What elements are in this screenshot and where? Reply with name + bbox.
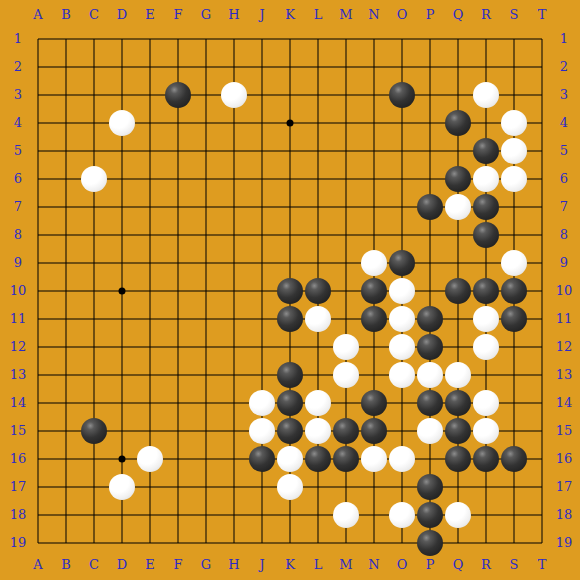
point-O14[interactable] [388, 389, 416, 417]
point-B18[interactable] [52, 501, 80, 529]
point-K11[interactable] [276, 305, 304, 333]
point-K16[interactable] [276, 445, 304, 473]
point-S4[interactable] [500, 109, 528, 137]
point-G18[interactable] [192, 501, 220, 529]
point-H17[interactable] [220, 473, 248, 501]
point-F15[interactable] [164, 417, 192, 445]
point-A9[interactable] [24, 249, 52, 277]
point-R4[interactable] [472, 109, 500, 137]
point-Q8[interactable] [444, 221, 472, 249]
point-A5[interactable] [24, 137, 52, 165]
point-H1[interactable] [220, 25, 248, 53]
point-M3[interactable] [332, 81, 360, 109]
point-A16[interactable] [24, 445, 52, 473]
point-M6[interactable] [332, 165, 360, 193]
point-S18[interactable] [500, 501, 528, 529]
point-H9[interactable] [220, 249, 248, 277]
point-N14[interactable] [360, 389, 388, 417]
point-L19[interactable] [304, 529, 332, 557]
point-Q19[interactable] [444, 529, 472, 557]
point-G12[interactable] [192, 333, 220, 361]
point-K18[interactable] [276, 501, 304, 529]
point-C16[interactable] [80, 445, 108, 473]
point-H3[interactable] [220, 81, 248, 109]
point-S13[interactable] [500, 361, 528, 389]
point-J6[interactable] [248, 165, 276, 193]
point-H7[interactable] [220, 193, 248, 221]
point-F12[interactable] [164, 333, 192, 361]
point-E10[interactable] [136, 277, 164, 305]
point-E17[interactable] [136, 473, 164, 501]
point-D17[interactable] [108, 473, 136, 501]
point-P12[interactable] [416, 333, 444, 361]
point-B12[interactable] [52, 333, 80, 361]
point-B9[interactable] [52, 249, 80, 277]
point-F13[interactable] [164, 361, 192, 389]
point-A17[interactable] [24, 473, 52, 501]
point-F17[interactable] [164, 473, 192, 501]
point-T15[interactable] [528, 417, 556, 445]
point-A8[interactable] [24, 221, 52, 249]
point-O19[interactable] [388, 529, 416, 557]
point-Q5[interactable] [444, 137, 472, 165]
point-G15[interactable] [192, 417, 220, 445]
point-A15[interactable] [24, 417, 52, 445]
point-Q17[interactable] [444, 473, 472, 501]
point-K3[interactable] [276, 81, 304, 109]
point-P17[interactable] [416, 473, 444, 501]
point-K15[interactable] [276, 417, 304, 445]
point-G1[interactable] [192, 25, 220, 53]
point-L3[interactable] [304, 81, 332, 109]
point-E2[interactable] [136, 53, 164, 81]
point-T11[interactable] [528, 305, 556, 333]
point-D19[interactable] [108, 529, 136, 557]
point-C15[interactable] [80, 417, 108, 445]
point-N5[interactable] [360, 137, 388, 165]
point-N3[interactable] [360, 81, 388, 109]
point-Q2[interactable] [444, 53, 472, 81]
point-N7[interactable] [360, 193, 388, 221]
point-B16[interactable] [52, 445, 80, 473]
point-N18[interactable] [360, 501, 388, 529]
point-O18[interactable] [388, 501, 416, 529]
point-K8[interactable] [276, 221, 304, 249]
point-S6[interactable] [500, 165, 528, 193]
point-L16[interactable] [304, 445, 332, 473]
point-B7[interactable] [52, 193, 80, 221]
point-A14[interactable] [24, 389, 52, 417]
point-B1[interactable] [52, 25, 80, 53]
point-Q1[interactable] [444, 25, 472, 53]
point-D8[interactable] [108, 221, 136, 249]
point-P8[interactable] [416, 221, 444, 249]
point-B11[interactable] [52, 305, 80, 333]
point-T18[interactable] [528, 501, 556, 529]
point-A3[interactable] [24, 81, 52, 109]
point-F19[interactable] [164, 529, 192, 557]
point-N1[interactable] [360, 25, 388, 53]
point-L9[interactable] [304, 249, 332, 277]
point-T2[interactable] [528, 53, 556, 81]
point-G9[interactable] [192, 249, 220, 277]
point-M7[interactable] [332, 193, 360, 221]
point-M5[interactable] [332, 137, 360, 165]
point-K17[interactable] [276, 473, 304, 501]
point-D5[interactable] [108, 137, 136, 165]
point-Q3[interactable] [444, 81, 472, 109]
point-L6[interactable] [304, 165, 332, 193]
point-E14[interactable] [136, 389, 164, 417]
point-B19[interactable] [52, 529, 80, 557]
point-B5[interactable] [52, 137, 80, 165]
point-J5[interactable] [248, 137, 276, 165]
point-R17[interactable] [472, 473, 500, 501]
point-O6[interactable] [388, 165, 416, 193]
point-P13[interactable] [416, 361, 444, 389]
point-O2[interactable] [388, 53, 416, 81]
point-D6[interactable] [108, 165, 136, 193]
point-C8[interactable] [80, 221, 108, 249]
point-T8[interactable] [528, 221, 556, 249]
point-M15[interactable] [332, 417, 360, 445]
point-G13[interactable] [192, 361, 220, 389]
point-J2[interactable] [248, 53, 276, 81]
point-A4[interactable] [24, 109, 52, 137]
point-L1[interactable] [304, 25, 332, 53]
point-M16[interactable] [332, 445, 360, 473]
point-N2[interactable] [360, 53, 388, 81]
point-H15[interactable] [220, 417, 248, 445]
point-T9[interactable] [528, 249, 556, 277]
point-G3[interactable] [192, 81, 220, 109]
point-J14[interactable] [248, 389, 276, 417]
point-M13[interactable] [332, 361, 360, 389]
point-K14[interactable] [276, 389, 304, 417]
point-K10[interactable] [276, 277, 304, 305]
point-N15[interactable] [360, 417, 388, 445]
point-M14[interactable] [332, 389, 360, 417]
point-D7[interactable] [108, 193, 136, 221]
point-C19[interactable] [80, 529, 108, 557]
point-J3[interactable] [248, 81, 276, 109]
point-N16[interactable] [360, 445, 388, 473]
point-D13[interactable] [108, 361, 136, 389]
point-H2[interactable] [220, 53, 248, 81]
point-C13[interactable] [80, 361, 108, 389]
point-J15[interactable] [248, 417, 276, 445]
point-G10[interactable] [192, 277, 220, 305]
point-G19[interactable] [192, 529, 220, 557]
point-P11[interactable] [416, 305, 444, 333]
point-D2[interactable] [108, 53, 136, 81]
point-M19[interactable] [332, 529, 360, 557]
point-K19[interactable] [276, 529, 304, 557]
point-S19[interactable] [500, 529, 528, 557]
point-J9[interactable] [248, 249, 276, 277]
point-P2[interactable] [416, 53, 444, 81]
point-Q13[interactable] [444, 361, 472, 389]
point-E12[interactable] [136, 333, 164, 361]
point-H19[interactable] [220, 529, 248, 557]
point-Q9[interactable] [444, 249, 472, 277]
point-B13[interactable] [52, 361, 80, 389]
point-E16[interactable] [136, 445, 164, 473]
point-Q18[interactable] [444, 501, 472, 529]
point-L5[interactable] [304, 137, 332, 165]
point-J17[interactable] [248, 473, 276, 501]
point-B14[interactable] [52, 389, 80, 417]
point-H18[interactable] [220, 501, 248, 529]
point-R19[interactable] [472, 529, 500, 557]
point-J13[interactable] [248, 361, 276, 389]
point-J19[interactable] [248, 529, 276, 557]
point-E15[interactable] [136, 417, 164, 445]
point-M10[interactable] [332, 277, 360, 305]
point-G7[interactable] [192, 193, 220, 221]
point-P14[interactable] [416, 389, 444, 417]
point-C12[interactable] [80, 333, 108, 361]
point-F8[interactable] [164, 221, 192, 249]
point-C1[interactable] [80, 25, 108, 53]
point-T16[interactable] [528, 445, 556, 473]
point-E3[interactable] [136, 81, 164, 109]
point-S9[interactable] [500, 249, 528, 277]
point-O1[interactable] [388, 25, 416, 53]
point-C5[interactable] [80, 137, 108, 165]
point-D15[interactable] [108, 417, 136, 445]
point-S15[interactable] [500, 417, 528, 445]
point-D4[interactable] [108, 109, 136, 137]
point-D1[interactable] [108, 25, 136, 53]
point-F9[interactable] [164, 249, 192, 277]
point-S1[interactable] [500, 25, 528, 53]
point-O9[interactable] [388, 249, 416, 277]
point-K13[interactable] [276, 361, 304, 389]
point-H13[interactable] [220, 361, 248, 389]
point-F10[interactable] [164, 277, 192, 305]
point-T14[interactable] [528, 389, 556, 417]
point-G5[interactable] [192, 137, 220, 165]
point-L12[interactable] [304, 333, 332, 361]
point-M1[interactable] [332, 25, 360, 53]
point-P15[interactable] [416, 417, 444, 445]
point-O3[interactable] [388, 81, 416, 109]
go-board[interactable] [24, 25, 556, 557]
point-Q11[interactable] [444, 305, 472, 333]
point-F7[interactable] [164, 193, 192, 221]
point-F1[interactable] [164, 25, 192, 53]
point-H16[interactable] [220, 445, 248, 473]
point-B8[interactable] [52, 221, 80, 249]
point-A6[interactable] [24, 165, 52, 193]
point-P6[interactable] [416, 165, 444, 193]
point-T17[interactable] [528, 473, 556, 501]
point-Q12[interactable] [444, 333, 472, 361]
point-M8[interactable] [332, 221, 360, 249]
point-D9[interactable] [108, 249, 136, 277]
point-E19[interactable] [136, 529, 164, 557]
point-S2[interactable] [500, 53, 528, 81]
point-O5[interactable] [388, 137, 416, 165]
point-R9[interactable] [472, 249, 500, 277]
point-L8[interactable] [304, 221, 332, 249]
point-R11[interactable] [472, 305, 500, 333]
point-M9[interactable] [332, 249, 360, 277]
point-M11[interactable] [332, 305, 360, 333]
point-M17[interactable] [332, 473, 360, 501]
point-K6[interactable] [276, 165, 304, 193]
point-A18[interactable] [24, 501, 52, 529]
point-A19[interactable] [24, 529, 52, 557]
point-J18[interactable] [248, 501, 276, 529]
point-P9[interactable] [416, 249, 444, 277]
point-P4[interactable] [416, 109, 444, 137]
point-F5[interactable] [164, 137, 192, 165]
point-S10[interactable] [500, 277, 528, 305]
point-M18[interactable] [332, 501, 360, 529]
point-C4[interactable] [80, 109, 108, 137]
point-T3[interactable] [528, 81, 556, 109]
point-P19[interactable] [416, 529, 444, 557]
point-F11[interactable] [164, 305, 192, 333]
point-T13[interactable] [528, 361, 556, 389]
point-H5[interactable] [220, 137, 248, 165]
point-T10[interactable] [528, 277, 556, 305]
point-L18[interactable] [304, 501, 332, 529]
point-L7[interactable] [304, 193, 332, 221]
point-N4[interactable] [360, 109, 388, 137]
point-O17[interactable] [388, 473, 416, 501]
point-R1[interactable] [472, 25, 500, 53]
point-K9[interactable] [276, 249, 304, 277]
point-L2[interactable] [304, 53, 332, 81]
point-Q15[interactable] [444, 417, 472, 445]
point-B2[interactable] [52, 53, 80, 81]
point-N9[interactable] [360, 249, 388, 277]
point-Q4[interactable] [444, 109, 472, 137]
point-A10[interactable] [24, 277, 52, 305]
point-P18[interactable] [416, 501, 444, 529]
point-J11[interactable] [248, 305, 276, 333]
point-C11[interactable] [80, 305, 108, 333]
point-R7[interactable] [472, 193, 500, 221]
point-S7[interactable] [500, 193, 528, 221]
point-N19[interactable] [360, 529, 388, 557]
point-T5[interactable] [528, 137, 556, 165]
point-B15[interactable] [52, 417, 80, 445]
point-B10[interactable] [52, 277, 80, 305]
point-H8[interactable] [220, 221, 248, 249]
point-Q10[interactable] [444, 277, 472, 305]
point-J16[interactable] [248, 445, 276, 473]
point-L13[interactable] [304, 361, 332, 389]
point-A1[interactable] [24, 25, 52, 53]
point-G8[interactable] [192, 221, 220, 249]
point-C6[interactable] [80, 165, 108, 193]
point-H10[interactable] [220, 277, 248, 305]
point-R15[interactable] [472, 417, 500, 445]
point-O16[interactable] [388, 445, 416, 473]
point-F18[interactable] [164, 501, 192, 529]
point-H12[interactable] [220, 333, 248, 361]
point-A7[interactable] [24, 193, 52, 221]
point-G14[interactable] [192, 389, 220, 417]
point-L14[interactable] [304, 389, 332, 417]
point-B4[interactable] [52, 109, 80, 137]
point-R6[interactable] [472, 165, 500, 193]
point-R12[interactable] [472, 333, 500, 361]
point-E7[interactable] [136, 193, 164, 221]
point-P10[interactable] [416, 277, 444, 305]
point-H4[interactable] [220, 109, 248, 137]
point-G4[interactable] [192, 109, 220, 137]
point-F14[interactable] [164, 389, 192, 417]
point-R5[interactable] [472, 137, 500, 165]
point-D3[interactable] [108, 81, 136, 109]
point-G17[interactable] [192, 473, 220, 501]
point-E8[interactable] [136, 221, 164, 249]
point-J8[interactable] [248, 221, 276, 249]
point-D11[interactable] [108, 305, 136, 333]
point-E6[interactable] [136, 165, 164, 193]
point-L17[interactable] [304, 473, 332, 501]
point-R10[interactable] [472, 277, 500, 305]
point-C2[interactable] [80, 53, 108, 81]
point-E5[interactable] [136, 137, 164, 165]
point-N13[interactable] [360, 361, 388, 389]
point-T6[interactable] [528, 165, 556, 193]
point-S17[interactable] [500, 473, 528, 501]
point-D16[interactable] [108, 445, 136, 473]
point-C14[interactable] [80, 389, 108, 417]
point-E18[interactable] [136, 501, 164, 529]
point-K4[interactable] [276, 109, 304, 137]
point-P5[interactable] [416, 137, 444, 165]
point-K1[interactable] [276, 25, 304, 53]
point-D14[interactable] [108, 389, 136, 417]
point-Q14[interactable] [444, 389, 472, 417]
point-C7[interactable] [80, 193, 108, 221]
point-L15[interactable] [304, 417, 332, 445]
point-A13[interactable] [24, 361, 52, 389]
point-S5[interactable] [500, 137, 528, 165]
point-P1[interactable] [416, 25, 444, 53]
point-J10[interactable] [248, 277, 276, 305]
point-F16[interactable] [164, 445, 192, 473]
point-L10[interactable] [304, 277, 332, 305]
point-P3[interactable] [416, 81, 444, 109]
point-O11[interactable] [388, 305, 416, 333]
point-S3[interactable] [500, 81, 528, 109]
point-L4[interactable] [304, 109, 332, 137]
point-P16[interactable] [416, 445, 444, 473]
point-D10[interactable] [108, 277, 136, 305]
point-O15[interactable] [388, 417, 416, 445]
point-G6[interactable] [192, 165, 220, 193]
point-A12[interactable] [24, 333, 52, 361]
point-E9[interactable] [136, 249, 164, 277]
point-N6[interactable] [360, 165, 388, 193]
point-R3[interactable] [472, 81, 500, 109]
point-R14[interactable] [472, 389, 500, 417]
point-M12[interactable] [332, 333, 360, 361]
point-T1[interactable] [528, 25, 556, 53]
point-O7[interactable] [388, 193, 416, 221]
point-G11[interactable] [192, 305, 220, 333]
point-J12[interactable] [248, 333, 276, 361]
point-G2[interactable] [192, 53, 220, 81]
